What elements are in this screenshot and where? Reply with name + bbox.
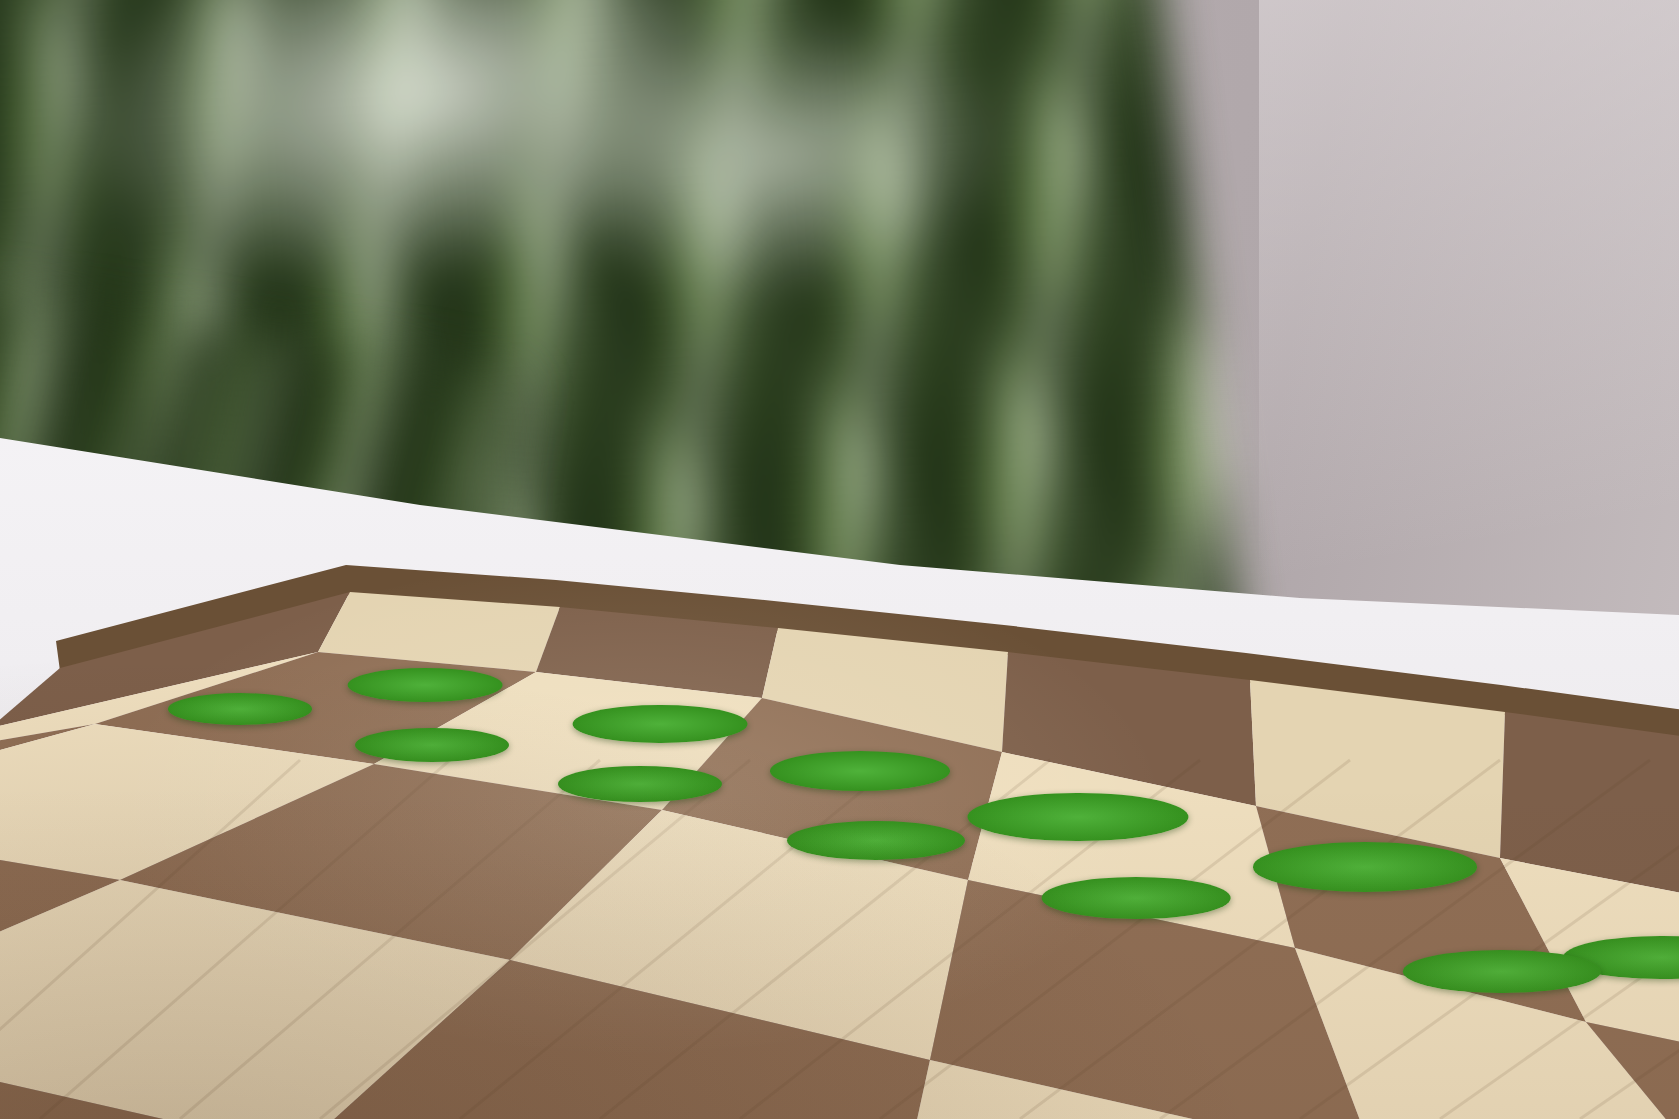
pawn-glyph: ♟ [1294, 549, 1679, 976]
piece-white-pawn-c2[interactable]: ♟ [1213, 480, 1679, 976]
photo-scene: ♜♟♞♟♝♟♚♟♛♟♝♟ [0, 0, 1679, 1119]
pieces-layer: ♜♟♞♟♝♟♚♟♛♟♝♟ [0, 0, 1679, 1119]
